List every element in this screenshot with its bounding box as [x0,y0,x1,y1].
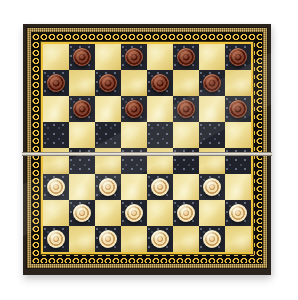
board-square[interactable] [95,122,121,148]
board-square[interactable] [69,200,95,226]
board-inner-frame [41,42,253,254]
light-piece[interactable] [125,204,143,222]
board-square[interactable] [69,122,95,148]
board-square[interactable] [173,44,199,70]
board-square[interactable] [173,226,199,252]
board-square[interactable] [173,174,199,200]
board-square[interactable] [225,96,251,122]
board-square[interactable] [43,122,69,148]
dark-piece[interactable] [125,100,143,118]
dark-piece[interactable] [177,48,195,66]
board-square[interactable] [43,70,69,96]
board-square[interactable] [225,226,251,252]
board-square[interactable] [95,44,121,70]
dark-piece[interactable] [151,74,169,92]
board-square[interactable] [95,200,121,226]
board-square[interactable] [69,96,95,122]
light-piece[interactable] [73,204,91,222]
dark-piece[interactable] [125,48,143,66]
board-square[interactable] [43,174,69,200]
board-square[interactable] [199,226,225,252]
board-square[interactable] [225,44,251,70]
board-square[interactable] [225,70,251,96]
board-square[interactable] [199,96,225,122]
board-square[interactable] [147,70,173,96]
light-piece[interactable] [99,178,117,196]
board-square[interactable] [43,44,69,70]
dark-piece[interactable] [203,74,221,92]
board-square[interactable] [121,226,147,252]
board-square[interactable] [95,226,121,252]
dark-piece[interactable] [229,48,247,66]
board-square[interactable] [225,174,251,200]
board-square[interactable] [147,122,173,148]
light-piece[interactable] [177,204,195,222]
board-square[interactable] [225,200,251,226]
board-square[interactable] [173,122,199,148]
board-square[interactable] [173,200,199,226]
light-piece[interactable] [229,204,247,222]
checkers-board [23,24,271,275]
board-fold-seam [22,152,272,156]
board-square[interactable] [121,122,147,148]
dark-piece[interactable] [73,100,91,118]
dark-piece[interactable] [73,48,91,66]
dark-piece[interactable] [99,74,117,92]
board-square[interactable] [173,96,199,122]
board-square[interactable] [95,174,121,200]
light-piece[interactable] [151,230,169,248]
board-square[interactable] [147,44,173,70]
board-square[interactable] [147,200,173,226]
dark-piece[interactable] [229,100,247,118]
board-square[interactable] [121,44,147,70]
board-square[interactable] [43,96,69,122]
light-piece[interactable] [203,178,221,196]
board-square[interactable] [95,70,121,96]
board-square[interactable] [95,96,121,122]
board-square[interactable] [199,44,225,70]
board-border-ornament [31,32,263,264]
board-square[interactable] [121,200,147,226]
dark-piece[interactable] [177,100,195,118]
board-square[interactable] [199,200,225,226]
board-square[interactable] [121,70,147,96]
playing-field [43,44,251,252]
photo-background [0,0,298,300]
board-square[interactable] [225,122,251,148]
board-square[interactable] [199,122,225,148]
board-square[interactable] [69,174,95,200]
board-square[interactable] [147,96,173,122]
board-square[interactable] [69,70,95,96]
board-square[interactable] [69,226,95,252]
light-piece[interactable] [47,230,65,248]
board-square[interactable] [121,96,147,122]
board-square[interactable] [147,174,173,200]
light-piece[interactable] [99,230,117,248]
board-square[interactable] [121,174,147,200]
board-border-mosaic [26,27,268,269]
board-square[interactable] [199,174,225,200]
dark-piece[interactable] [47,74,65,92]
light-piece[interactable] [203,230,221,248]
board-square[interactable] [43,200,69,226]
board-square[interactable] [173,70,199,96]
board-square[interactable] [147,226,173,252]
light-piece[interactable] [151,178,169,196]
board-square[interactable] [69,44,95,70]
board-square[interactable] [43,226,69,252]
light-piece[interactable] [47,178,65,196]
board-square[interactable] [199,70,225,96]
